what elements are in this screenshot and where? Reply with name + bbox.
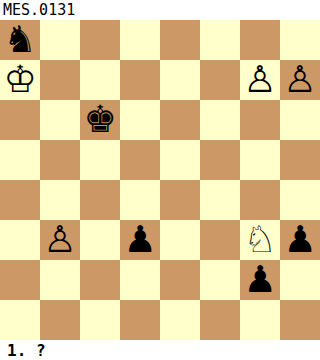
square-g2[interactable]: ♟ <box>240 260 280 300</box>
square-f3[interactable] <box>200 220 240 260</box>
square-f7[interactable] <box>200 60 240 100</box>
square-c5[interactable] <box>80 140 120 180</box>
black-pawn-d3: ♟ <box>123 220 156 260</box>
square-c3[interactable] <box>80 220 120 260</box>
square-a3[interactable] <box>0 220 40 260</box>
white-knight-g3: ♘ <box>243 220 276 260</box>
white-pawn-h7: ♙ <box>283 60 316 100</box>
square-f5[interactable] <box>200 140 240 180</box>
square-h1[interactable] <box>280 300 320 340</box>
square-e3[interactable] <box>160 220 200 260</box>
square-c2[interactable] <box>80 260 120 300</box>
square-b1[interactable] <box>40 300 80 340</box>
square-c8[interactable] <box>80 20 120 60</box>
square-g4[interactable] <box>240 180 280 220</box>
square-e1[interactable] <box>160 300 200 340</box>
white-pawn-g7: ♙ <box>243 60 276 100</box>
black-knight-a8: ♞ <box>3 20 36 60</box>
puzzle-title: MES.0131 <box>0 1 75 19</box>
square-c1[interactable] <box>80 300 120 340</box>
square-f6[interactable] <box>200 100 240 140</box>
square-f1[interactable] <box>200 300 240 340</box>
square-a5[interactable] <box>0 140 40 180</box>
move-prompt: 1. ? <box>0 341 46 360</box>
prompt-bar: 1. ? <box>0 340 320 360</box>
square-e8[interactable] <box>160 20 200 60</box>
square-h5[interactable] <box>280 140 320 180</box>
square-d6[interactable] <box>120 100 160 140</box>
square-h3[interactable]: ♟ <box>280 220 320 260</box>
square-g7[interactable]: ♙ <box>240 60 280 100</box>
square-h7[interactable]: ♙ <box>280 60 320 100</box>
square-g3[interactable]: ♘ <box>240 220 280 260</box>
square-f8[interactable] <box>200 20 240 60</box>
square-a8[interactable]: ♞ <box>0 20 40 60</box>
square-e7[interactable] <box>160 60 200 100</box>
square-e5[interactable] <box>160 140 200 180</box>
square-e2[interactable] <box>160 260 200 300</box>
square-a2[interactable] <box>0 260 40 300</box>
square-b5[interactable] <box>40 140 80 180</box>
square-b7[interactable] <box>40 60 80 100</box>
square-a6[interactable] <box>0 100 40 140</box>
square-h2[interactable] <box>280 260 320 300</box>
square-g6[interactable] <box>240 100 280 140</box>
square-g1[interactable] <box>240 300 280 340</box>
square-a7[interactable]: ♔ <box>0 60 40 100</box>
square-b3[interactable]: ♙ <box>40 220 80 260</box>
black-king-c6: ♚ <box>83 100 116 140</box>
square-d3[interactable]: ♟ <box>120 220 160 260</box>
square-b8[interactable] <box>40 20 80 60</box>
square-d2[interactable] <box>120 260 160 300</box>
square-d4[interactable] <box>120 180 160 220</box>
chess-board: ♞♔♙♙♚♙♟♘♟♟ <box>0 20 320 340</box>
square-e4[interactable] <box>160 180 200 220</box>
square-c7[interactable] <box>80 60 120 100</box>
square-h8[interactable] <box>280 20 320 60</box>
square-c4[interactable] <box>80 180 120 220</box>
square-d7[interactable] <box>120 60 160 100</box>
square-a1[interactable] <box>0 300 40 340</box>
title-bar: MES.0131 <box>0 0 320 20</box>
square-e6[interactable] <box>160 100 200 140</box>
square-b4[interactable] <box>40 180 80 220</box>
square-d1[interactable] <box>120 300 160 340</box>
square-b6[interactable] <box>40 100 80 140</box>
square-g5[interactable] <box>240 140 280 180</box>
black-pawn-h3: ♟ <box>283 220 316 260</box>
square-f4[interactable] <box>200 180 240 220</box>
white-king-a7: ♔ <box>3 60 36 100</box>
square-d8[interactable] <box>120 20 160 60</box>
square-d5[interactable] <box>120 140 160 180</box>
square-b2[interactable] <box>40 260 80 300</box>
chess-puzzle-screen: MES.0131 ♞♔♙♙♚♙♟♘♟♟ 1. ? <box>0 0 320 360</box>
square-f2[interactable] <box>200 260 240 300</box>
white-pawn-b3: ♙ <box>43 220 76 260</box>
square-h4[interactable] <box>280 180 320 220</box>
square-h6[interactable] <box>280 100 320 140</box>
square-g8[interactable] <box>240 20 280 60</box>
black-pawn-g2: ♟ <box>243 260 276 300</box>
square-c6[interactable]: ♚ <box>80 100 120 140</box>
square-a4[interactable] <box>0 180 40 220</box>
